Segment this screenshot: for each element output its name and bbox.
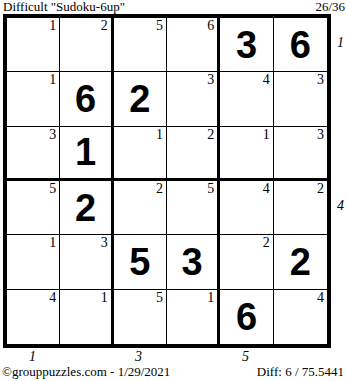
corner-clue: 4 bbox=[317, 290, 324, 305]
cell-r4c6[interactable]: 2 bbox=[274, 181, 327, 235]
corner-clue: 2 bbox=[263, 235, 270, 250]
cell-r3c5[interactable]: 1 bbox=[220, 127, 273, 181]
cell-value: 1 bbox=[75, 133, 96, 171]
cell-r1c5[interactable]: 3 bbox=[220, 18, 273, 72]
cell-value: 6 bbox=[290, 26, 311, 64]
corner-clue: 1 bbox=[49, 235, 56, 250]
cell-r1c6[interactable]: 6 bbox=[274, 18, 327, 72]
corner-clue: 1 bbox=[207, 290, 214, 305]
corner-clue: 4 bbox=[263, 181, 270, 196]
corner-clue: 2 bbox=[207, 127, 214, 142]
footer-bar: ©grouppuzzles.com - 1/29/2021 Diff: 6 / … bbox=[2, 365, 344, 379]
corner-clue: 3 bbox=[317, 127, 324, 142]
cell-value: 2 bbox=[290, 243, 311, 281]
corner-clue: 1 bbox=[101, 290, 108, 305]
corner-clue: 2 bbox=[317, 181, 324, 196]
corner-clue: 5 bbox=[156, 18, 163, 33]
cell-r3c4[interactable]: 2 bbox=[167, 127, 220, 181]
corner-clue: 1 bbox=[49, 72, 56, 87]
cell-r6c5[interactable]: 6 bbox=[220, 290, 273, 344]
cell-r6c1[interactable]: 4 bbox=[7, 290, 60, 344]
cell-r6c4[interactable]: 1 bbox=[167, 290, 220, 344]
col-label-5: 5 bbox=[242, 350, 249, 364]
cell-r3c1[interactable]: 3 bbox=[7, 127, 60, 181]
row-label-1: 1 bbox=[337, 36, 344, 50]
corner-clue: 3 bbox=[317, 72, 324, 87]
cell-r5c4[interactable]: 3 bbox=[167, 235, 220, 289]
corner-clue: 4 bbox=[49, 290, 56, 305]
cell-r2c3[interactable]: 2 bbox=[114, 72, 167, 126]
cell-value: 6 bbox=[75, 80, 96, 118]
cell-r5c6[interactable]: 2 bbox=[274, 235, 327, 289]
corner-clue: 5 bbox=[207, 181, 214, 196]
corner-clue: 6 bbox=[207, 18, 214, 33]
cell-r2c5[interactable]: 4 bbox=[220, 72, 273, 126]
cell-value: 5 bbox=[129, 243, 150, 281]
corner-clue: 1 bbox=[263, 127, 270, 142]
cell-r3c3[interactable]: 1 bbox=[114, 127, 167, 181]
cell-r1c2[interactable]: 2 bbox=[60, 18, 113, 72]
cell-r4c2[interactable]: 2 bbox=[60, 181, 113, 235]
cell-value: 2 bbox=[75, 189, 96, 227]
cell-r6c2[interactable]: 1 bbox=[60, 290, 113, 344]
cell-value: 6 bbox=[236, 298, 257, 336]
corner-clue: 3 bbox=[49, 127, 56, 142]
difficulty-text: Diff: 6 / 75.5441 bbox=[257, 365, 344, 379]
col-label-1: 1 bbox=[29, 350, 36, 364]
corner-clue: 5 bbox=[156, 290, 163, 305]
corner-clue: 1 bbox=[49, 18, 56, 33]
corner-clue: 5 bbox=[49, 181, 56, 196]
cell-r2c4[interactable]: 3 bbox=[167, 72, 220, 126]
cell-r2c1[interactable]: 1 bbox=[7, 72, 60, 126]
title-bar: Difficult "Sudoku-6up" 26/36 bbox=[3, 0, 345, 14]
corner-clue: 2 bbox=[156, 181, 163, 196]
cell-r3c2[interactable]: 1 bbox=[60, 127, 113, 181]
col-label-3: 3 bbox=[135, 350, 142, 364]
cell-r5c3[interactable]: 5 bbox=[114, 235, 167, 289]
cell-r4c4[interactable]: 5 bbox=[167, 181, 220, 235]
sudoku-board: 125636162343311213522542135322415164 bbox=[3, 14, 331, 348]
cell-r6c6[interactable]: 4 bbox=[274, 290, 327, 344]
cell-counter: 26/36 bbox=[315, 0, 345, 14]
cell-value: 3 bbox=[182, 243, 203, 281]
puzzle-title: Difficult "Sudoku-6up" bbox=[3, 0, 125, 14]
cell-r3c6[interactable]: 3 bbox=[274, 127, 327, 181]
cell-r5c2[interactable]: 3 bbox=[60, 235, 113, 289]
cell-r1c4[interactable]: 6 bbox=[167, 18, 220, 72]
cell-r4c1[interactable]: 5 bbox=[7, 181, 60, 235]
cell-value: 3 bbox=[236, 26, 257, 64]
copyright-text: ©grouppuzzles.com - 1/29/2021 bbox=[2, 365, 170, 379]
cell-r1c3[interactable]: 5 bbox=[114, 18, 167, 72]
cell-r1c1[interactable]: 1 bbox=[7, 18, 60, 72]
cell-r2c6[interactable]: 3 bbox=[274, 72, 327, 126]
cell-r4c3[interactable]: 2 bbox=[114, 181, 167, 235]
cell-r2c2[interactable]: 6 bbox=[60, 72, 113, 126]
corner-clue: 2 bbox=[101, 18, 108, 33]
cell-r4c5[interactable]: 4 bbox=[220, 181, 273, 235]
cell-r5c5[interactable]: 2 bbox=[220, 235, 273, 289]
corner-clue: 4 bbox=[263, 72, 270, 87]
cell-r6c3[interactable]: 5 bbox=[114, 290, 167, 344]
corner-clue: 3 bbox=[207, 72, 214, 87]
corner-clue: 1 bbox=[156, 127, 163, 142]
corner-clue: 3 bbox=[101, 235, 108, 250]
cell-value: 2 bbox=[129, 80, 150, 118]
cell-r5c1[interactable]: 1 bbox=[7, 235, 60, 289]
row-label-4: 4 bbox=[337, 199, 344, 213]
